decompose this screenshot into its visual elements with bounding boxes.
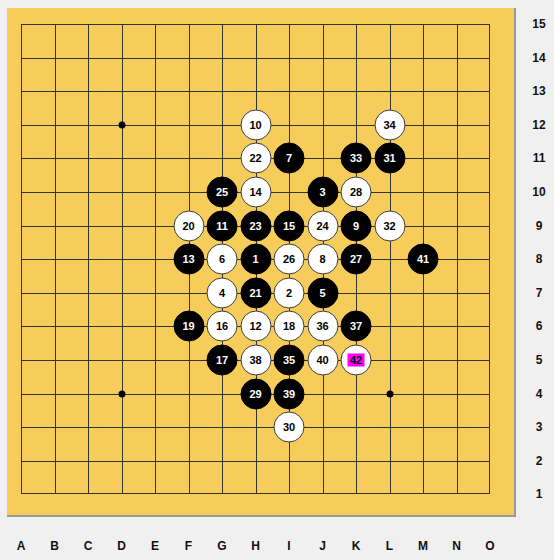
move-number: 23	[247, 219, 263, 232]
grid-cell	[88, 326, 122, 360]
row-label-1: 1	[536, 487, 543, 501]
stone-19[interactable]: 19	[173, 311, 204, 342]
grid-cell	[155, 125, 189, 159]
grid-cell	[55, 58, 89, 92]
star-point-d12	[118, 121, 125, 128]
grid-cell	[88, 259, 122, 293]
grid-cell	[390, 394, 424, 428]
stone-37[interactable]: 37	[341, 311, 372, 342]
grid-cell	[88, 91, 122, 125]
stone-33[interactable]: 33	[341, 143, 372, 174]
col-label-k: K	[352, 539, 361, 553]
move-number: 6	[217, 253, 227, 266]
grid-cell	[457, 58, 491, 92]
grid-cell	[457, 293, 491, 327]
last-move-number: 42	[348, 354, 364, 367]
grid-cell	[390, 360, 424, 394]
grid-cell	[21, 24, 55, 58]
grid-cell	[122, 24, 156, 58]
grid-cell	[155, 24, 189, 58]
grid-cell	[457, 427, 491, 461]
stone-27[interactable]: 27	[341, 244, 372, 275]
stone-31[interactable]: 31	[374, 143, 405, 174]
grid-cell	[21, 158, 55, 192]
grid-cell	[88, 293, 122, 327]
move-number: 30	[281, 421, 297, 434]
stone-35[interactable]: 35	[274, 345, 305, 376]
row-label-12: 12	[532, 118, 545, 132]
stone-28[interactable]: 28	[341, 177, 372, 208]
move-number: 38	[247, 354, 263, 367]
move-number: 10	[247, 118, 263, 131]
grid-cell	[390, 293, 424, 327]
col-label-m: M	[418, 539, 428, 553]
stone-15[interactable]: 15	[274, 210, 305, 241]
row-label-14: 14	[532, 51, 545, 65]
move-number: 12	[247, 320, 263, 333]
col-label-d: D	[117, 539, 126, 553]
grid-cell	[88, 192, 122, 226]
move-number: 8	[317, 253, 327, 266]
grid-cell	[222, 427, 256, 461]
col-label-n: N	[452, 539, 461, 553]
grid-cell	[189, 394, 223, 428]
move-number: 41	[415, 253, 431, 266]
grid-cell	[122, 58, 156, 92]
grid-cell	[457, 461, 491, 495]
col-label-j: J	[319, 539, 326, 553]
go-board[interactable]: 1234567891011121314151617181920212223242…	[7, 8, 516, 517]
grid-cell	[55, 226, 89, 260]
grid-cell	[189, 461, 223, 495]
row-label-9: 9	[536, 219, 543, 233]
grid-cell	[390, 461, 424, 495]
stone-11[interactable]: 11	[207, 210, 238, 241]
stone-24[interactable]: 24	[307, 210, 338, 241]
col-label-f: F	[185, 539, 192, 553]
grid-cell	[55, 394, 89, 428]
move-number: 7	[284, 152, 294, 165]
grid-cell	[55, 360, 89, 394]
move-number: 21	[247, 286, 263, 299]
grid-cell	[55, 158, 89, 192]
move-number: 29	[247, 387, 263, 400]
grid-cell	[55, 24, 89, 58]
stone-39[interactable]: 39	[274, 378, 305, 409]
grid-cell	[390, 427, 424, 461]
grid-cell	[423, 58, 457, 92]
stone-1[interactable]: 1	[240, 244, 271, 275]
stone-32[interactable]: 32	[374, 210, 405, 241]
grid-cell	[155, 427, 189, 461]
grid-cell	[390, 326, 424, 360]
grid-cell	[423, 91, 457, 125]
move-number: 31	[381, 152, 397, 165]
stone-38[interactable]: 38	[240, 345, 271, 376]
grid-cell	[289, 24, 323, 58]
row-label-2: 2	[536, 454, 543, 468]
move-number: 34	[381, 118, 397, 131]
move-number: 24	[314, 219, 330, 232]
col-label-i: I	[287, 539, 290, 553]
grid-cell	[155, 360, 189, 394]
row-label-13: 13	[532, 84, 545, 98]
move-number: 35	[281, 354, 297, 367]
grid-cell	[423, 293, 457, 327]
grid-cell	[122, 360, 156, 394]
stone-7[interactable]: 7	[274, 143, 305, 174]
row-label-7: 7	[536, 286, 543, 300]
grid-cell	[323, 427, 357, 461]
stone-16[interactable]: 16	[207, 311, 238, 342]
grid-cell	[222, 24, 256, 58]
grid-cell	[423, 158, 457, 192]
grid-cell	[55, 125, 89, 159]
stone-30[interactable]: 30	[274, 412, 305, 443]
grid-cell	[189, 91, 223, 125]
row-label-5: 5	[536, 353, 543, 367]
grid-cell	[423, 427, 457, 461]
stone-17[interactable]: 17	[207, 345, 238, 376]
grid-cell	[423, 394, 457, 428]
stone-26[interactable]: 26	[274, 244, 305, 275]
move-number: 20	[180, 219, 196, 232]
grid-cell	[88, 360, 122, 394]
move-number: 19	[180, 320, 196, 333]
grid-cell	[122, 226, 156, 260]
move-number: 40	[314, 354, 330, 367]
grid-cell	[256, 24, 290, 58]
grid-cell	[21, 427, 55, 461]
stone-4[interactable]: 4	[207, 277, 238, 308]
move-number: 27	[348, 253, 364, 266]
grid-cell	[323, 24, 357, 58]
grid-cell	[21, 125, 55, 159]
grid-cell	[256, 461, 290, 495]
stone-14[interactable]: 14	[240, 177, 271, 208]
col-label-o: O	[485, 539, 494, 553]
grid-cell	[289, 91, 323, 125]
stone-8[interactable]: 8	[307, 244, 338, 275]
grid-cell	[457, 259, 491, 293]
grid-cell	[122, 394, 156, 428]
col-label-b: B	[50, 539, 59, 553]
grid-cell	[55, 293, 89, 327]
stone-12[interactable]: 12	[240, 311, 271, 342]
grid-cell	[21, 91, 55, 125]
stone-34[interactable]: 34	[374, 109, 405, 140]
move-number: 36	[314, 320, 330, 333]
row-label-11: 11	[533, 151, 546, 165]
grid-cell	[21, 326, 55, 360]
star-point-d4	[118, 390, 125, 397]
move-number: 39	[281, 387, 297, 400]
stone-6[interactable]: 6	[207, 244, 238, 275]
move-number: 14	[247, 186, 263, 199]
grid-cell	[457, 326, 491, 360]
move-number: 1	[250, 253, 260, 266]
grid-cell	[457, 125, 491, 159]
grid-cell	[88, 427, 122, 461]
grid-cell	[122, 293, 156, 327]
row-label-15: 15	[532, 17, 545, 31]
move-number: 17	[214, 354, 230, 367]
move-number: 3	[317, 186, 327, 199]
grid-cell	[457, 24, 491, 58]
move-number: 22	[247, 152, 263, 165]
grid-cell	[256, 58, 290, 92]
stone-21[interactable]: 21	[240, 277, 271, 308]
row-label-4: 4	[536, 387, 543, 401]
stone-29[interactable]: 29	[240, 378, 271, 409]
grid-cell	[423, 360, 457, 394]
move-number: 5	[317, 286, 327, 299]
stone-2[interactable]: 2	[274, 277, 305, 308]
stone-22[interactable]: 22	[240, 143, 271, 174]
grid-cell	[122, 91, 156, 125]
grid-cell	[390, 24, 424, 58]
grid-cell	[423, 326, 457, 360]
grid-cell	[356, 461, 390, 495]
grid-cell	[122, 192, 156, 226]
row-label-3: 3	[536, 420, 543, 434]
grid-cell	[323, 394, 357, 428]
grid-cell	[21, 394, 55, 428]
stone-20[interactable]: 20	[173, 210, 204, 241]
grid-cell	[55, 259, 89, 293]
grid-cell	[423, 461, 457, 495]
move-number: 15	[281, 219, 297, 232]
grid-cell	[356, 58, 390, 92]
grid-cell	[189, 24, 223, 58]
grid-cell	[222, 58, 256, 92]
grid-cell	[189, 125, 223, 159]
grid-cell	[55, 91, 89, 125]
grid-cell	[356, 24, 390, 58]
col-label-a: A	[17, 539, 26, 553]
grid-cell	[88, 461, 122, 495]
grid-cell	[323, 461, 357, 495]
move-number: 32	[381, 219, 397, 232]
grid-cell	[21, 360, 55, 394]
grid-cell	[222, 461, 256, 495]
stone-9[interactable]: 9	[341, 210, 372, 241]
grid-cell	[155, 461, 189, 495]
grid-cell	[122, 125, 156, 159]
grid-cell	[55, 326, 89, 360]
grid-cell	[122, 158, 156, 192]
gomoku-record-page: 1234567891011121314151617181920212223242…	[0, 0, 554, 560]
move-number: 26	[281, 253, 297, 266]
row-label-10: 10	[532, 185, 545, 199]
grid-cell	[21, 58, 55, 92]
col-label-e: E	[151, 539, 159, 553]
stone-42[interactable]: 42	[341, 345, 372, 376]
grid-cell	[423, 125, 457, 159]
move-number: 11	[214, 219, 230, 232]
grid-cell	[55, 192, 89, 226]
grid-cell	[390, 58, 424, 92]
grid-cell	[155, 91, 189, 125]
stone-40[interactable]: 40	[307, 345, 338, 376]
star-point-l4	[386, 390, 393, 397]
grid-cell	[88, 125, 122, 159]
move-number: 13	[180, 253, 196, 266]
grid-cell	[88, 158, 122, 192]
col-label-h: H	[251, 539, 260, 553]
grid-cell	[122, 259, 156, 293]
col-label-c: C	[84, 539, 93, 553]
grid-cell	[457, 360, 491, 394]
grid-cell	[289, 461, 323, 495]
move-number: 2	[284, 286, 294, 299]
stone-18[interactable]: 18	[274, 311, 305, 342]
grid-cell	[88, 394, 122, 428]
grid-cell	[457, 158, 491, 192]
grid-cell	[55, 461, 89, 495]
move-number: 28	[348, 186, 364, 199]
col-label-l: L	[386, 539, 393, 553]
grid-cell	[423, 192, 457, 226]
grid-cell	[88, 58, 122, 92]
stone-10[interactable]: 10	[240, 109, 271, 140]
grid-cell	[457, 226, 491, 260]
stone-13[interactable]: 13	[173, 244, 204, 275]
move-number: 16	[214, 320, 230, 333]
grid-cell	[423, 24, 457, 58]
grid-cell	[189, 58, 223, 92]
row-label-8: 8	[536, 252, 543, 266]
grid-cell	[88, 226, 122, 260]
stone-5[interactable]: 5	[307, 277, 338, 308]
grid-cell	[323, 91, 357, 125]
stone-41[interactable]: 41	[408, 244, 439, 275]
stone-23[interactable]: 23	[240, 210, 271, 241]
move-number: 37	[348, 320, 364, 333]
grid-cell	[356, 427, 390, 461]
row-label-6: 6	[536, 319, 543, 333]
grid-cell	[189, 427, 223, 461]
move-number: 25	[214, 186, 230, 199]
grid-cell	[55, 427, 89, 461]
move-number: 18	[281, 320, 297, 333]
grid-cell	[21, 461, 55, 495]
grid-cell	[457, 394, 491, 428]
grid-cell	[88, 24, 122, 58]
col-label-g: G	[217, 539, 226, 553]
move-number: 9	[351, 219, 361, 232]
grid-cell	[457, 192, 491, 226]
grid-cell	[155, 58, 189, 92]
grid-cell	[155, 158, 189, 192]
grid-cell	[457, 91, 491, 125]
move-number: 4	[217, 286, 227, 299]
grid-cell	[289, 58, 323, 92]
grid-cell	[21, 192, 55, 226]
stone-3[interactable]: 3	[307, 177, 338, 208]
stone-36[interactable]: 36	[307, 311, 338, 342]
stone-25[interactable]: 25	[207, 177, 238, 208]
grid-cell	[21, 259, 55, 293]
grid-cell	[122, 427, 156, 461]
grid-cell	[155, 394, 189, 428]
grid-cell	[323, 58, 357, 92]
grid-cell	[21, 226, 55, 260]
grid-cell	[21, 293, 55, 327]
grid-cell	[356, 394, 390, 428]
grid-cell	[122, 326, 156, 360]
move-number: 33	[348, 152, 364, 165]
grid-cell	[122, 461, 156, 495]
